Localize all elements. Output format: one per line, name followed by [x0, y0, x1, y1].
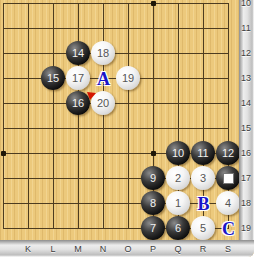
stone-number: 12	[222, 148, 234, 159]
stone-number: 5	[200, 223, 206, 234]
stone-number: 4	[225, 198, 231, 209]
row-label-19: 19	[241, 223, 251, 233]
row-label-17: 17	[241, 173, 251, 183]
stone-number: 1	[175, 198, 181, 209]
stone-black-q16[interactable]: 10	[166, 141, 190, 165]
grid-line-row-18	[3, 203, 229, 204]
star-point-P10	[151, 1, 156, 6]
col-label-m: M	[74, 244, 82, 254]
grid-line-row-11	[3, 28, 229, 29]
col-label-q: Q	[174, 244, 181, 254]
col-label-n: N	[100, 244, 107, 254]
grid-line-col-J	[3, 3, 4, 229]
grid-line-row-12	[3, 53, 229, 54]
stone-number: 6	[175, 223, 181, 234]
stone-number: 9	[150, 173, 156, 184]
row-label-13: 13	[241, 73, 251, 83]
stone-black-s17[interactable]	[216, 166, 240, 190]
col-label-o: O	[124, 244, 131, 254]
stone-number: 8	[150, 198, 156, 209]
stone-number: 11	[197, 148, 208, 159]
stone-black-p18[interactable]: 8	[141, 191, 165, 215]
grid-line-col-M	[78, 3, 79, 229]
stone-black-m12[interactable]: 14	[66, 41, 90, 65]
stone-black-p17[interactable]: 9	[141, 166, 165, 190]
point-label-c[interactable]: C	[222, 220, 235, 238]
stone-white-n12[interactable]: 18	[91, 41, 115, 65]
stone-number: 10	[172, 148, 184, 159]
stone-white-s18[interactable]: 4	[216, 191, 240, 215]
stone-white-r17[interactable]: 3	[191, 166, 215, 190]
grid-line-col-L	[53, 3, 54, 229]
go-board-diagram: 14181517191620101112923814765 ABC KLMNOP…	[0, 0, 254, 257]
stone-white-o13[interactable]: 19	[116, 66, 140, 90]
point-label-b[interactable]: B	[197, 195, 209, 213]
stone-black-l13[interactable]: 15	[41, 66, 65, 90]
col-label-s: S	[225, 244, 231, 254]
square-marker-icon	[223, 173, 234, 184]
stone-black-s16[interactable]: 12	[216, 141, 240, 165]
point-label-a[interactable]: A	[97, 70, 110, 88]
stone-number: 18	[97, 48, 109, 59]
stone-black-p19[interactable]: 7	[141, 216, 165, 240]
grid-line-col-O	[128, 3, 129, 229]
row-label-15: 15	[241, 123, 251, 133]
row-label-11: 11	[241, 23, 250, 33]
stone-number: 3	[200, 173, 206, 184]
red-triangle-marker-icon	[87, 87, 97, 97]
stone-number: 17	[72, 73, 84, 84]
grid-line-col-K	[28, 3, 29, 229]
grid-line-col-N	[103, 3, 104, 229]
star-point-J16	[1, 151, 6, 156]
grid-line-row-15	[3, 128, 229, 129]
stone-number: 15	[47, 73, 59, 84]
stone-white-q17[interactable]: 2	[166, 166, 190, 190]
row-label-10: 10	[241, 0, 251, 8]
row-label-18: 18	[241, 198, 251, 208]
row-label-14: 14	[241, 98, 251, 108]
stone-number: 19	[122, 73, 134, 84]
stone-number: 14	[72, 48, 84, 59]
star-point-P16	[151, 151, 156, 156]
stone-white-r19[interactable]: 5	[191, 216, 215, 240]
grid-line-row-10	[3, 3, 229, 4]
row-label-16: 16	[241, 148, 251, 158]
col-label-r: R	[200, 244, 207, 254]
stone-number: 20	[97, 98, 109, 109]
col-label-l: L	[50, 244, 55, 254]
stone-number: 7	[150, 223, 156, 234]
stone-number: 2	[175, 173, 181, 184]
col-label-p: P	[150, 244, 156, 254]
row-label-12: 12	[241, 48, 251, 58]
stone-number: 16	[72, 98, 84, 109]
col-label-k: K	[25, 244, 31, 254]
stone-white-q18[interactable]: 1	[166, 191, 190, 215]
stone-black-q19[interactable]: 6	[166, 216, 190, 240]
stone-black-r16[interactable]: 11	[191, 141, 215, 165]
grid-line-row-14	[3, 103, 229, 104]
